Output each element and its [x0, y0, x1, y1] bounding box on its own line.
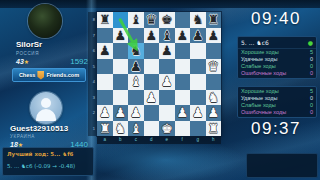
- piece-bp-b7: ♟: [113, 28, 129, 44]
- piece-bb-c8: ♝: [128, 12, 144, 28]
- square-c6[interactable]: ♞: [128, 43, 144, 59]
- square-e2[interactable]: [159, 105, 175, 121]
- square-b5[interactable]: [113, 59, 129, 75]
- stat-label: Ошибочные ходы: [241, 109, 286, 116]
- move-stats-bottom: Хорошие ходы5Удачные ходы0Слабые ходы0Ош…: [237, 86, 317, 118]
- person-icon: [41, 98, 51, 108]
- stat-value: 0: [310, 63, 313, 70]
- square-d8[interactable]: ♛: [144, 12, 160, 28]
- square-h1[interactable]: ♜: [206, 121, 222, 137]
- square-g5[interactable]: [190, 59, 206, 75]
- player-top-avatar[interactable]: [28, 4, 62, 38]
- stat-row: Ошибочные ходы0: [238, 70, 316, 77]
- piece-bp-a6: ♟: [97, 43, 113, 59]
- square-g8[interactable]: ♞: [190, 12, 206, 28]
- rank-label-4: 4: [88, 74, 96, 90]
- logo-text-right: Friends.com: [46, 72, 79, 78]
- square-f8[interactable]: [175, 12, 191, 28]
- rank-labels: 87654321: [88, 12, 96, 136]
- file-label-b: b: [113, 136, 129, 144]
- piece-wr-a1: ♜: [97, 121, 113, 137]
- last-move-label: 5. ... ♞c6: [241, 39, 269, 46]
- square-d7[interactable]: ♟: [144, 28, 160, 44]
- stat-value: 0: [310, 102, 313, 109]
- square-b8[interactable]: [113, 12, 129, 28]
- stat-value: 0: [310, 70, 313, 77]
- stat-row: Удачные ходы0: [238, 56, 316, 63]
- piece-wb-c4: ♝: [128, 74, 144, 90]
- square-a3[interactable]: [97, 90, 113, 106]
- square-f5[interactable]: [175, 59, 191, 75]
- piece-bn-c6: ♞: [128, 43, 144, 59]
- rank-label-8: 8: [88, 12, 96, 28]
- piece-bb-e7: ♝: [159, 28, 175, 44]
- clock-top: 09:40: [234, 9, 318, 29]
- piece-wp-a2: ♟: [97, 105, 113, 121]
- stat-label: Хорошие ходы: [241, 49, 279, 56]
- piece-bp-c5: ♟: [128, 59, 144, 75]
- square-d2[interactable]: [144, 105, 160, 121]
- stat-row: Хорошие ходы5: [238, 49, 316, 56]
- square-g4[interactable]: [190, 74, 206, 90]
- piece-wp-g2: ♟: [190, 105, 206, 121]
- rank-label-3: 3: [88, 90, 96, 106]
- piece-wp-e4: ♟: [159, 74, 175, 90]
- piece-wp-c2: ♟: [128, 105, 144, 121]
- clock-bottom: 09:37: [234, 119, 318, 139]
- star-icon: ★: [24, 58, 29, 65]
- stat-label: Удачные ходы: [241, 56, 277, 63]
- played-move-text: 5. ... ♞c6 (-0.09 → -0.48): [7, 163, 89, 170]
- piece-wb-c1: ♝: [128, 121, 144, 137]
- square-c4[interactable]: ♝: [128, 74, 144, 90]
- square-b4[interactable]: [113, 74, 129, 90]
- player-bottom-avatar[interactable]: [30, 92, 62, 124]
- square-b2[interactable]: ♟: [113, 105, 129, 121]
- piece-bp-d7: ♟: [144, 28, 160, 44]
- shield-icon: [37, 71, 44, 80]
- rank-label-2: 2: [88, 105, 96, 121]
- file-labels: abcdefgh: [97, 136, 221, 144]
- file-label-c: c: [128, 136, 144, 144]
- stat-value: 5: [310, 88, 313, 95]
- stat-row: Хорошие ходы5: [238, 88, 316, 95]
- square-c2[interactable]: ♟: [128, 105, 144, 121]
- square-a1[interactable]: ♜: [97, 121, 113, 137]
- stat-label: Слабые ходы: [241, 102, 276, 109]
- chessfriends-logo[interactable]: Chess Friends.com: [12, 68, 86, 82]
- square-f1[interactable]: [175, 121, 191, 137]
- player-bottom-name: Guest32910513: [10, 124, 68, 133]
- square-b7[interactable]: ♟: [113, 28, 129, 44]
- player-top-country: РОССИЯ: [16, 51, 39, 56]
- stat-label: Ошибочные ходы: [241, 70, 286, 77]
- player-bottom-country: УКРАИНА: [10, 134, 35, 139]
- square-b1[interactable]: ♞: [113, 121, 129, 137]
- square-a5[interactable]: [97, 59, 113, 75]
- stat-row: Слабые ходы0: [238, 102, 316, 109]
- square-e7[interactable]: ♝: [159, 28, 175, 44]
- stat-label: Хорошие ходы: [241, 88, 279, 95]
- player-top-stats-row: 43★ 1592: [16, 57, 88, 66]
- square-a4[interactable]: [97, 74, 113, 90]
- move-stats-top: 5. ... ♞c6 ● Хорошие ходы5Удачные ходы0С…: [237, 36, 317, 79]
- file-label-e: e: [159, 136, 175, 144]
- logo-text-left: Chess: [19, 72, 36, 78]
- rank-label-1: 1: [88, 121, 96, 137]
- piece-bp-e6: ♟: [159, 43, 175, 59]
- file-label-d: d: [144, 136, 160, 144]
- piece-wq-h5: ♛: [206, 59, 222, 75]
- square-g7[interactable]: ♟: [190, 28, 206, 44]
- chess-board: ♜♝♛♚♞♜♟♟♝♟♟♟♟♞♟♟♛♝♟♟♞♟♟♟♟♟♟♜♞♝♚♜: [97, 12, 221, 136]
- square-a2[interactable]: ♟: [97, 105, 113, 121]
- square-g3[interactable]: [190, 90, 206, 106]
- square-h2[interactable]: ♟: [206, 105, 222, 121]
- square-e4[interactable]: ♟: [159, 74, 175, 90]
- piece-bk-e8: ♚: [159, 12, 175, 28]
- piece-wn-h3: ♞: [206, 90, 222, 106]
- last-move-header: 5. ... ♞c6 ●: [238, 38, 316, 49]
- square-g2[interactable]: ♟: [190, 105, 206, 121]
- stat-row: Ошибочные ходы0: [238, 109, 316, 116]
- file-label-f: f: [175, 136, 191, 144]
- rank-label-6: 6: [88, 43, 96, 59]
- square-h7[interactable]: ♟: [206, 28, 222, 44]
- background-glow: [85, 138, 245, 180]
- square-f7[interactable]: ♟: [175, 28, 191, 44]
- square-h6[interactable]: [206, 43, 222, 59]
- file-label-g: g: [190, 136, 206, 144]
- square-e6[interactable]: ♟: [159, 43, 175, 59]
- best-move-text: Лучший ход: 5... ♞f6: [7, 151, 89, 158]
- person-icon: [36, 109, 56, 121]
- file-label-a: a: [97, 136, 113, 144]
- square-e8[interactable]: ♚: [159, 12, 175, 28]
- piece-wk-e1: ♚: [159, 121, 175, 137]
- square-g1[interactable]: [190, 121, 206, 137]
- stat-value: 0: [310, 109, 313, 116]
- square-d6[interactable]: [144, 43, 160, 59]
- rank-label-5: 5: [88, 59, 96, 75]
- square-c5[interactable]: ♟: [128, 59, 144, 75]
- piece-bn-g8: ♞: [190, 12, 206, 28]
- square-h5[interactable]: ♛: [206, 59, 222, 75]
- player-top-name: SilorSr: [16, 40, 42, 49]
- square-e3[interactable]: [159, 90, 175, 106]
- stat-row: Слабые ходы0: [238, 63, 316, 70]
- square-h4[interactable]: [206, 74, 222, 90]
- square-a6[interactable]: ♟: [97, 43, 113, 59]
- piece-bq-d8: ♛: [144, 12, 160, 28]
- square-a8[interactable]: ♜: [97, 12, 113, 28]
- piece-bp-h7: ♟: [206, 28, 222, 44]
- piece-wp-b2: ♟: [113, 105, 129, 121]
- piece-wp-d3: ♟: [144, 90, 160, 106]
- square-d1[interactable]: [144, 121, 160, 137]
- piece-bp-g7: ♟: [190, 28, 206, 44]
- square-f4[interactable]: [175, 74, 191, 90]
- square-f6[interactable]: [175, 43, 191, 59]
- move-rating-dot: ●: [308, 40, 313, 46]
- square-c8[interactable]: ♝: [128, 12, 144, 28]
- square-d4[interactable]: [144, 74, 160, 90]
- player-top-rating: 1592: [70, 57, 88, 66]
- stat-label: Слабые ходы: [241, 63, 276, 70]
- rank-label-7: 7: [88, 28, 96, 44]
- square-c1[interactable]: ♝: [128, 121, 144, 137]
- analysis-box: Лучший ход: 5... ♞f6 5. ... ♞c6 (-0.09 →…: [2, 147, 94, 176]
- stat-value: 0: [310, 56, 313, 63]
- stat-value: 0: [310, 95, 313, 102]
- piece-bp-f7: ♟: [175, 28, 191, 44]
- square-c7[interactable]: [128, 28, 144, 44]
- player-top-stars: 43★: [16, 58, 29, 65]
- square-b3[interactable]: [113, 90, 129, 106]
- square-d3[interactable]: ♟: [144, 90, 160, 106]
- square-c3[interactable]: [128, 90, 144, 106]
- square-h3[interactable]: ♞: [206, 90, 222, 106]
- stat-value: 5: [310, 49, 313, 56]
- square-d5[interactable]: [144, 59, 160, 75]
- square-f3[interactable]: [175, 90, 191, 106]
- square-g6[interactable]: [190, 43, 206, 59]
- piece-wn-b1: ♞: [113, 121, 129, 137]
- square-e5[interactable]: [159, 59, 175, 75]
- file-label-h: h: [206, 136, 222, 144]
- square-e1[interactable]: ♚: [159, 121, 175, 137]
- piece-wp-f2: ♟: [175, 105, 191, 121]
- stat-label: Удачные ходы: [241, 95, 277, 102]
- stat-row: Удачные ходы0: [238, 95, 316, 102]
- square-f2[interactable]: ♟: [175, 105, 191, 121]
- app-window: SilorSr РОССИЯ 43★ 1592 Chess Friends.co…: [0, 0, 320, 180]
- square-h8[interactable]: ♜: [206, 12, 222, 28]
- piece-wp-h2: ♟: [206, 105, 222, 121]
- piece-wr-h1: ♜: [206, 121, 222, 137]
- square-a7[interactable]: [97, 28, 113, 44]
- square-b6[interactable]: [113, 43, 129, 59]
- piece-br-a8: ♜: [97, 12, 113, 28]
- bottom-right-panel: [246, 153, 318, 178]
- piece-br-h8: ♜: [206, 12, 222, 28]
